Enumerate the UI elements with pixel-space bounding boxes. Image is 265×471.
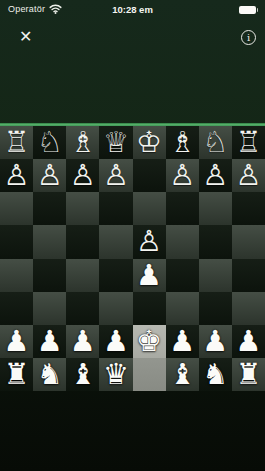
square-e5[interactable]: ♙ [133,225,166,258]
square-h4[interactable] [232,259,265,292]
square-f5[interactable] [166,225,199,258]
square-e6[interactable] [133,192,166,225]
square-b3[interactable] [33,292,66,325]
square-c1[interactable]: ♝ [66,358,99,391]
battery-body [239,6,256,14]
piece-white-pawn: ♟ [169,325,195,358]
app-screen: Operatör 10:28 em ✕ i ♖♘♗♕♔♗♘♖♙♙♙♙♙♙♙♙♟♟… [0,0,265,471]
square-e1[interactable] [133,358,166,391]
square-a3[interactable] [0,292,33,325]
square-f3[interactable] [166,292,199,325]
square-d7[interactable]: ♙ [99,159,132,192]
clock: 10:28 em [0,4,265,15]
square-d5[interactable] [99,225,132,258]
status-bar: Operatör 10:28 em [0,0,265,20]
square-a8[interactable]: ♖ [0,126,33,159]
info-icon: i [247,33,250,43]
square-c4[interactable] [66,259,99,292]
square-g7[interactable]: ♙ [199,159,232,192]
square-d8[interactable]: ♕ [99,126,132,159]
square-f1[interactable]: ♝ [166,358,199,391]
piece-black-pawn: ♙ [169,159,195,192]
square-h8[interactable]: ♖ [232,126,265,159]
square-c2[interactable]: ♟ [66,325,99,358]
square-c7[interactable]: ♙ [66,159,99,192]
piece-black-bishop: ♗ [70,126,96,159]
square-e7[interactable] [133,159,166,192]
square-a2[interactable]: ♟ [0,325,33,358]
piece-white-rook: ♜ [4,358,30,391]
square-b7[interactable]: ♙ [33,159,66,192]
piece-black-knight: ♘ [37,126,63,159]
piece-white-pawn: ♟ [37,325,63,358]
square-b2[interactable]: ♟ [33,325,66,358]
square-e3[interactable] [133,292,166,325]
square-d2[interactable]: ♟ [99,325,132,358]
piece-white-bishop: ♝ [70,358,96,391]
square-c3[interactable] [66,292,99,325]
square-d1[interactable]: ♛ [99,358,132,391]
square-b8[interactable]: ♘ [33,126,66,159]
square-f6[interactable] [166,192,199,225]
square-h3[interactable] [232,292,265,325]
square-h7[interactable]: ♙ [232,159,265,192]
square-a1[interactable]: ♜ [0,358,33,391]
piece-white-knight: ♞ [37,358,63,391]
square-f7[interactable]: ♙ [166,159,199,192]
square-e2[interactable]: ♚ [133,325,166,358]
piece-white-rook: ♜ [235,358,261,391]
battery-icon [239,6,259,14]
square-a7[interactable]: ♙ [0,159,33,192]
piece-white-king: ♚ [136,325,162,358]
square-e8[interactable]: ♔ [133,126,166,159]
square-f4[interactable] [166,259,199,292]
square-d4[interactable] [99,259,132,292]
piece-black-bishop: ♗ [169,126,195,159]
square-d6[interactable] [99,192,132,225]
piece-white-pawn: ♟ [70,325,96,358]
piece-black-queen: ♕ [103,126,129,159]
battery-nub [257,8,259,12]
piece-black-rook: ♖ [235,126,261,159]
piece-black-king: ♔ [136,126,162,159]
square-a6[interactable] [0,192,33,225]
piece-black-pawn: ♙ [103,159,129,192]
square-e4[interactable]: ♟ [133,259,166,292]
square-h5[interactable] [232,225,265,258]
square-g1[interactable]: ♞ [199,358,232,391]
piece-white-pawn: ♟ [4,325,30,358]
square-g4[interactable] [199,259,232,292]
square-h2[interactable]: ♟ [232,325,265,358]
piece-white-bishop: ♝ [169,358,195,391]
piece-white-pawn: ♟ [103,325,129,358]
square-g8[interactable]: ♘ [199,126,232,159]
piece-black-pawn: ♙ [37,159,63,192]
piece-black-pawn: ♙ [136,225,162,258]
square-a5[interactable] [0,225,33,258]
piece-black-rook: ♖ [4,126,30,159]
square-f8[interactable]: ♗ [166,126,199,159]
square-g3[interactable] [199,292,232,325]
square-b1[interactable]: ♞ [33,358,66,391]
square-h1[interactable]: ♜ [232,358,265,391]
square-b5[interactable] [33,225,66,258]
piece-white-knight: ♞ [202,358,228,391]
square-b4[interactable] [33,259,66,292]
piece-black-knight: ♘ [202,126,228,159]
info-button[interactable]: i [241,30,256,45]
square-g2[interactable]: ♟ [199,325,232,358]
piece-white-queen: ♛ [103,358,129,391]
piece-white-pawn: ♟ [202,325,228,358]
piece-black-pawn: ♙ [4,159,30,192]
square-g5[interactable] [199,225,232,258]
chess-board: ♖♘♗♕♔♗♘♖♙♙♙♙♙♙♙♙♟♟♟♟♟♚♟♟♟♜♞♝♛♝♞♜ [0,126,265,391]
piece-black-pawn: ♙ [70,159,96,192]
square-a4[interactable] [0,259,33,292]
piece-black-pawn: ♙ [235,159,261,192]
close-button[interactable]: ✕ [19,29,32,45]
piece-white-pawn: ♟ [235,325,261,358]
piece-white-pawn: ♟ [136,259,162,292]
square-c5[interactable] [66,225,99,258]
square-c6[interactable] [66,192,99,225]
square-f2[interactable]: ♟ [166,325,199,358]
square-b6[interactable] [33,192,66,225]
square-h6[interactable] [232,192,265,225]
square-c8[interactable]: ♗ [66,126,99,159]
piece-black-pawn: ♙ [202,159,228,192]
square-d3[interactable] [99,292,132,325]
square-g6[interactable] [199,192,232,225]
